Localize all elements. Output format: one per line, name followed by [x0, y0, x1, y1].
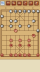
app-icon[interactable]: 帥 [0, 1, 4, 5]
red-piece[interactable]: 俥 [0, 53, 3, 56]
red-piece[interactable]: 兵 [18, 39, 21, 42]
xiangqi-app: 帥 開 悔 提 譜 設 退 [0, 0, 40, 72]
black-piece[interactable]: 卒 [36, 29, 39, 32]
red-piece[interactable]: 相 [27, 53, 30, 56]
black-piece[interactable]: 士 [14, 10, 17, 13]
black-piece[interactable]: 卒 [18, 24, 21, 27]
red-piece[interactable]: 兵 [9, 39, 12, 42]
black-piece[interactable]: 車 [0, 14, 3, 17]
red-piece[interactable]: 兵 [27, 39, 30, 42]
xiangqi-board[interactable]: 楚 河 漢 界 象士將士象馬車車馬砲砲卒卒卒卒卒兵炮兵兵兵傌炮傌俥相仕帥仕相俥 [0, 6, 40, 59]
red-piece[interactable]: 兵 [14, 29, 17, 32]
toolbar-button-undo[interactable]: 悔 [12, 1, 16, 5]
black-piece[interactable]: 車 [36, 10, 39, 13]
red-piece[interactable]: 俥 [36, 53, 39, 56]
black-piece[interactable]: 馬 [32, 10, 35, 13]
black-piece[interactable]: 卒 [0, 24, 3, 27]
black-piece[interactable]: 卒 [9, 24, 12, 27]
toolbar-button-book[interactable]: 譜 [23, 1, 27, 5]
bottom-panel [0, 59, 40, 72]
red-piece[interactable]: 仕 [14, 53, 17, 56]
black-piece[interactable]: 士 [23, 10, 26, 13]
red-piece[interactable]: 帥 [18, 53, 21, 56]
black-piece[interactable]: 將 [18, 10, 21, 13]
red-piece[interactable]: 傌 [9, 43, 12, 46]
black-piece[interactable]: 砲 [14, 19, 17, 22]
red-piece[interactable]: 仕 [23, 53, 26, 56]
toolbar-button-exit[interactable]: 退 [34, 1, 38, 5]
red-piece[interactable]: 傌 [27, 43, 30, 46]
toolbar-button-new[interactable]: 開 [6, 1, 10, 5]
board-grid [0, 6, 40, 59]
black-piece[interactable]: 砲 [32, 19, 35, 22]
red-piece[interactable]: 炮 [32, 34, 35, 37]
black-piece[interactable]: 象 [27, 10, 30, 13]
toolbar-button-hint[interactable]: 提 [17, 1, 21, 5]
red-piece[interactable]: 炮 [18, 43, 21, 46]
toolbar-button-settings[interactable]: 設 [29, 1, 33, 5]
red-piece[interactable]: 相 [9, 53, 12, 56]
black-piece[interactable]: 象 [9, 10, 12, 13]
black-piece[interactable]: 卒 [27, 24, 30, 27]
black-piece[interactable]: 馬 [9, 19, 12, 22]
